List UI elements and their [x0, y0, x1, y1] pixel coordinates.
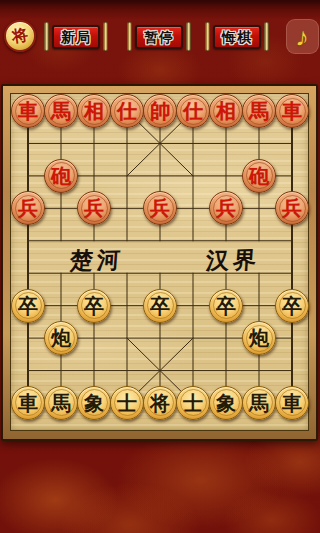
- piece-red[interactable]: 兵: [77, 191, 111, 225]
- piece-red[interactable]: 兵: [275, 191, 309, 225]
- piece-red[interactable]: 砲: [242, 159, 276, 193]
- piece-black[interactable]: 卒: [209, 289, 243, 323]
- piece-black[interactable]: 士: [176, 386, 210, 420]
- piece-black[interactable]: 卒: [143, 289, 177, 323]
- piece-black[interactable]: 象: [209, 386, 243, 420]
- piece-red[interactable]: 兵: [209, 191, 243, 225]
- piece-black[interactable]: 卒: [77, 289, 111, 323]
- piece-black[interactable]: 象: [77, 386, 111, 420]
- piece-red[interactable]: 相: [209, 94, 243, 128]
- piece-red[interactable]: 仕: [176, 94, 210, 128]
- piece-black[interactable]: 炮: [242, 321, 276, 355]
- piece-red[interactable]: 兵: [143, 191, 177, 225]
- piece-red[interactable]: 相: [77, 94, 111, 128]
- piece-black[interactable]: 車: [275, 386, 309, 420]
- piece-black[interactable]: 将: [143, 386, 177, 420]
- piece-red[interactable]: 馬: [44, 94, 78, 128]
- piece-black[interactable]: 馬: [44, 386, 78, 420]
- piece-black[interactable]: 卒: [275, 289, 309, 323]
- piece-red[interactable]: 車: [11, 94, 45, 128]
- piece-black[interactable]: 馬: [242, 386, 276, 420]
- piece-red[interactable]: 帥: [143, 94, 177, 128]
- piece-black[interactable]: 炮: [44, 321, 78, 355]
- piece-layer: 車馬相仕帥仕相馬車砲砲兵兵兵兵兵卒卒卒卒卒炮炮車馬象士将士象馬車: [0, 0, 320, 533]
- piece-red[interactable]: 馬: [242, 94, 276, 128]
- piece-black[interactable]: 卒: [11, 289, 45, 323]
- piece-red[interactable]: 砲: [44, 159, 78, 193]
- piece-black[interactable]: 士: [110, 386, 144, 420]
- piece-red[interactable]: 仕: [110, 94, 144, 128]
- app-screen: 将 新局 暂停 悔棋 ♪ 楚河 汉界 車馬相仕帥仕相馬車砲砲兵兵兵兵兵卒卒卒卒卒…: [0, 0, 320, 533]
- piece-red[interactable]: 車: [275, 94, 309, 128]
- piece-black[interactable]: 車: [11, 386, 45, 420]
- piece-red[interactable]: 兵: [11, 191, 45, 225]
